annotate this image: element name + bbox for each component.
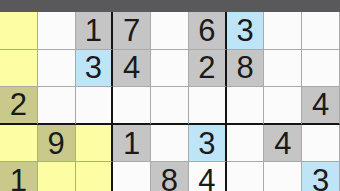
cell-r5c8[interactable] — [264, 162, 302, 191]
cell-r5c7[interactable] — [227, 162, 265, 191]
cell-r1c6[interactable]: 6 — [189, 12, 227, 50]
cell-r3c2[interactable] — [38, 87, 76, 125]
cell-r2c2[interactable] — [38, 50, 76, 88]
cell-r3c7[interactable] — [227, 87, 265, 125]
sudoku-board: 176334282491341843 — [0, 12, 340, 191]
cell-r3c6[interactable] — [189, 87, 227, 125]
cell-r1c8[interactable] — [264, 12, 302, 50]
cell-r1c7[interactable]: 3 — [227, 12, 265, 50]
cell-r2c9[interactable] — [302, 50, 340, 88]
sudoku-app-screen: 176334282491341843 — [0, 0, 340, 191]
cell-r5c2[interactable] — [38, 162, 76, 191]
cell-r5c3[interactable] — [76, 162, 114, 191]
status-bar — [0, 0, 340, 12]
cell-r5c6[interactable]: 4 — [189, 162, 227, 191]
cell-r1c3[interactable]: 1 — [76, 12, 114, 50]
cell-r2c5[interactable] — [151, 50, 189, 88]
cell-r4c2[interactable]: 9 — [38, 125, 76, 163]
cell-r4c8[interactable]: 4 — [264, 125, 302, 163]
cell-r2c8[interactable] — [264, 50, 302, 88]
cell-r5c1[interactable]: 1 — [0, 162, 38, 191]
cell-r2c3[interactable]: 3 — [76, 50, 114, 88]
cell-r2c6[interactable]: 2 — [189, 50, 227, 88]
cell-r4c1[interactable] — [0, 125, 38, 163]
cell-r2c7[interactable]: 8 — [227, 50, 265, 88]
cell-r4c5[interactable] — [151, 125, 189, 163]
cell-r4c6[interactable]: 3 — [189, 125, 227, 163]
cell-r4c7[interactable] — [227, 125, 265, 163]
cell-r1c4[interactable]: 7 — [113, 12, 151, 50]
cell-r2c1[interactable] — [0, 50, 38, 88]
cell-r4c9[interactable] — [302, 125, 340, 163]
cell-r3c3[interactable] — [76, 87, 114, 125]
cell-r5c4[interactable] — [113, 162, 151, 191]
cell-r2c4[interactable]: 4 — [113, 50, 151, 88]
cell-r3c8[interactable] — [264, 87, 302, 125]
cell-r5c9[interactable]: 3 — [302, 162, 340, 191]
cell-r3c5[interactable] — [151, 87, 189, 125]
cell-r4c4[interactable]: 1 — [113, 125, 151, 163]
cell-r5c5[interactable]: 8 — [151, 162, 189, 191]
cell-r1c1[interactable] — [0, 12, 38, 50]
cell-r4c3[interactable] — [76, 125, 114, 163]
cell-r1c2[interactable] — [38, 12, 76, 50]
cell-r3c9[interactable]: 4 — [302, 87, 340, 125]
cell-r1c5[interactable] — [151, 12, 189, 50]
cell-r1c9[interactable] — [302, 12, 340, 50]
cell-r3c4[interactable] — [113, 87, 151, 125]
cell-r3c1[interactable]: 2 — [0, 87, 38, 125]
